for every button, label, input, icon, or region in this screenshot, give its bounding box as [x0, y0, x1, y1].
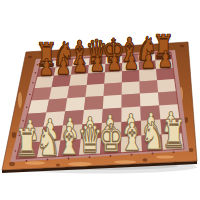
square-g4[interactable]	[140, 92, 159, 106]
frame-burl-knot	[28, 56, 32, 58]
square-f5[interactable]	[122, 81, 140, 94]
piece-black-pawn-f7[interactable]: ♟	[123, 50, 140, 73]
piece-black-pawn-a7[interactable]: ♟	[38, 56, 55, 79]
square-b4[interactable]	[46, 98, 67, 112]
rank-label-dot-5	[29, 94, 31, 96]
piece-black-pawn-c7[interactable]: ♟	[72, 53, 89, 76]
square-c4[interactable]	[65, 97, 85, 111]
square-f4[interactable]	[122, 94, 141, 108]
rank-label-dot-4	[26, 106, 28, 108]
square-g5[interactable]	[140, 80, 159, 93]
frame-burl-knot	[189, 148, 194, 152]
square-b5[interactable]	[49, 86, 69, 99]
frame-grain-streak	[18, 92, 22, 108]
rank-label-dot-6	[32, 82, 34, 84]
chess-set-photo: ♜♞♝♛♚♝♞♜♟♟♟♟♟♟♟♟♟♟♟♟♟♟♟♟♜♞♝♛♚♝♞♜	[0, 0, 200, 200]
square-e5[interactable]	[104, 83, 122, 96]
piece-black-pawn-b7[interactable]: ♟	[55, 55, 72, 78]
frame-burl-knot	[56, 164, 60, 167]
piece-black-pawn-d7[interactable]: ♟	[89, 52, 106, 75]
square-e4[interactable]	[103, 95, 122, 109]
square-d4[interactable]	[84, 96, 104, 110]
frame-burl-knot	[180, 45, 184, 48]
piece-black-pawn-g7[interactable]: ♟	[140, 49, 157, 72]
piece-black-pawn-h7[interactable]: ♟	[157, 48, 174, 71]
square-h5[interactable]	[157, 79, 176, 92]
piece-black-pawn-e7[interactable]: ♟	[106, 51, 123, 74]
square-h4[interactable]	[158, 91, 178, 105]
frame-grain-streak	[114, 160, 136, 164]
square-d5[interactable]	[85, 84, 104, 97]
square-c5[interactable]	[67, 85, 87, 98]
piece-white-rook-h1[interactable]: ♜	[160, 115, 188, 153]
